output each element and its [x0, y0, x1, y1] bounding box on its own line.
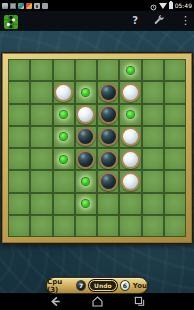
cell-c1[interactable]	[53, 59, 75, 81]
legal-move-dot	[60, 156, 67, 163]
notification-icon-5	[34, 3, 40, 9]
black-disc	[99, 127, 118, 146]
cell-b5[interactable]	[30, 148, 52, 170]
game-background: Cpu (3) 7 Undo 6 You	[0, 31, 194, 293]
cell-g5[interactable]	[142, 148, 164, 170]
settings-wrench-icon[interactable]	[153, 11, 165, 30]
legal-move-dot	[82, 178, 89, 185]
white-disc	[121, 172, 140, 191]
cell-d7[interactable]	[75, 193, 97, 215]
white-disc	[121, 150, 140, 169]
cell-f7[interactable]	[119, 193, 141, 215]
black-disc	[76, 150, 95, 169]
board-frame	[1, 52, 193, 244]
cell-g4[interactable]	[142, 126, 164, 148]
cell-h7[interactable]	[164, 193, 186, 215]
help-button[interactable]: ?	[132, 15, 138, 26]
cell-g8[interactable]	[142, 215, 164, 237]
legal-move-dot	[60, 111, 67, 118]
black-disc-counter: 7	[76, 280, 86, 291]
cell-h5[interactable]	[164, 148, 186, 170]
cell-h6[interactable]	[164, 170, 186, 192]
cell-c2[interactable]	[53, 81, 75, 103]
cell-e3[interactable]	[97, 104, 119, 126]
cell-c8[interactable]	[53, 215, 75, 237]
notification-icon-6	[42, 3, 48, 9]
black-disc	[99, 83, 118, 102]
cell-h2[interactable]	[164, 81, 186, 103]
screen: 05:49 ? ⋮	[0, 0, 194, 310]
cell-e7[interactable]	[97, 193, 119, 215]
cell-d3[interactable]	[75, 104, 97, 126]
cell-g1[interactable]	[142, 59, 164, 81]
cpu-label: Cpu (3)	[47, 278, 73, 294]
cell-h1[interactable]	[164, 59, 186, 81]
white-disc	[121, 127, 140, 146]
cell-e8[interactable]	[97, 215, 119, 237]
cell-b7[interactable]	[30, 193, 52, 215]
cell-b4[interactable]	[30, 126, 52, 148]
back-button[interactable]	[49, 296, 61, 308]
cell-a3[interactable]	[8, 104, 30, 126]
clock-text: 05:49	[175, 0, 192, 11]
legal-move-dot	[82, 200, 89, 207]
wifi-icon	[159, 3, 167, 9]
toolbar: ? ⋮	[0, 11, 194, 31]
cell-b3[interactable]	[30, 104, 52, 126]
cell-b8[interactable]	[30, 215, 52, 237]
cell-e2[interactable]	[97, 81, 119, 103]
notification-icon-3	[18, 3, 24, 9]
cell-d2[interactable]	[75, 81, 97, 103]
white-disc-counter: 6	[120, 280, 130, 291]
black-disc	[99, 172, 118, 191]
cell-a5[interactable]	[8, 148, 30, 170]
notification-icon-4	[26, 3, 32, 9]
cell-h8[interactable]	[164, 215, 186, 237]
cell-f3[interactable]	[119, 104, 141, 126]
cell-d6[interactable]	[75, 170, 97, 192]
cell-h4[interactable]	[164, 126, 186, 148]
cell-b1[interactable]	[30, 59, 52, 81]
cell-c5[interactable]	[53, 148, 75, 170]
cell-b6[interactable]	[30, 170, 52, 192]
cell-f2[interactable]	[119, 81, 141, 103]
cell-e5[interactable]	[97, 148, 119, 170]
cell-d8[interactable]	[75, 215, 97, 237]
home-button[interactable]	[91, 296, 103, 308]
cell-g7[interactable]	[142, 193, 164, 215]
cell-a8[interactable]	[8, 215, 30, 237]
overflow-menu-button[interactable]: ⋮	[180, 14, 190, 27]
cell-d5[interactable]	[75, 148, 97, 170]
cell-f4[interactable]	[119, 126, 141, 148]
cell-a4[interactable]	[8, 126, 30, 148]
black-disc	[99, 105, 118, 124]
board-grid	[8, 59, 186, 237]
cell-g3[interactable]	[142, 104, 164, 126]
recents-button[interactable]	[133, 296, 145, 308]
cell-a6[interactable]	[8, 170, 30, 192]
cell-h3[interactable]	[164, 104, 186, 126]
cell-c6[interactable]	[53, 170, 75, 192]
black-disc	[76, 127, 95, 146]
reversi-app-icon	[4, 14, 18, 28]
cell-c3[interactable]	[53, 104, 75, 126]
cell-d1[interactable]	[75, 59, 97, 81]
battery-icon	[169, 2, 173, 9]
undo-button[interactable]: Undo	[89, 280, 117, 291]
notification-area	[2, 3, 48, 9]
white-disc	[76, 105, 95, 124]
cell-e1[interactable]	[97, 59, 119, 81]
notification-icon-1	[2, 3, 8, 9]
cell-e4[interactable]	[97, 126, 119, 148]
legal-move-dot	[127, 111, 134, 118]
cell-c4[interactable]	[53, 126, 75, 148]
cell-a7[interactable]	[8, 193, 30, 215]
cell-g6[interactable]	[142, 170, 164, 192]
cell-f5[interactable]	[119, 148, 141, 170]
cell-f1[interactable]	[119, 59, 141, 81]
white-disc	[121, 83, 140, 102]
cell-b2[interactable]	[30, 81, 52, 103]
notification-icon-2	[10, 3, 16, 9]
legal-move-dot	[60, 133, 67, 140]
cell-d4[interactable]	[75, 126, 97, 148]
black-disc	[99, 150, 118, 169]
you-label: You	[133, 282, 147, 290]
score-bar: Cpu (3) 7 Undo 6 You	[46, 277, 148, 294]
cell-e6[interactable]	[97, 170, 119, 192]
nav-bar	[0, 293, 194, 310]
cell-g2[interactable]	[142, 81, 164, 103]
cell-f8[interactable]	[119, 215, 141, 237]
status-bar: 05:49	[0, 0, 194, 11]
cell-a1[interactable]	[8, 59, 30, 81]
cell-c7[interactable]	[53, 193, 75, 215]
legal-move-dot	[82, 89, 89, 96]
cell-f6[interactable]	[119, 170, 141, 192]
legal-move-dot	[127, 67, 134, 74]
cell-a2[interactable]	[8, 81, 30, 103]
white-disc	[54, 83, 73, 102]
